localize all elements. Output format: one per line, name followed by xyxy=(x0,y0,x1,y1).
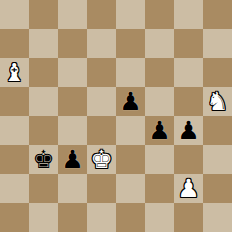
square-h1[interactable] xyxy=(203,203,232,232)
square-h4[interactable] xyxy=(203,116,232,145)
square-g7[interactable] xyxy=(174,29,203,58)
square-a8[interactable] xyxy=(0,0,29,29)
square-b7[interactable] xyxy=(29,29,58,58)
square-h3[interactable] xyxy=(203,145,232,174)
black-king[interactable]: ♚ xyxy=(32,145,54,174)
square-a4[interactable] xyxy=(0,116,29,145)
square-g8[interactable] xyxy=(174,0,203,29)
square-f3[interactable] xyxy=(145,145,174,174)
square-e7[interactable] xyxy=(116,29,145,58)
square-a2[interactable] xyxy=(0,174,29,203)
square-b4[interactable] xyxy=(29,116,58,145)
square-c3[interactable]: ♟ xyxy=(58,145,87,174)
square-c1[interactable] xyxy=(58,203,87,232)
square-d3[interactable]: ♚ xyxy=(87,145,116,174)
square-e5[interactable]: ♟ xyxy=(116,87,145,116)
square-h7[interactable] xyxy=(203,29,232,58)
square-e1[interactable] xyxy=(116,203,145,232)
square-f8[interactable] xyxy=(145,0,174,29)
black-pawn[interactable]: ♟ xyxy=(119,87,141,116)
square-g6[interactable] xyxy=(174,58,203,87)
square-e2[interactable] xyxy=(116,174,145,203)
square-g5[interactable] xyxy=(174,87,203,116)
square-c7[interactable] xyxy=(58,29,87,58)
white-knight[interactable]: ♞ xyxy=(206,87,228,116)
square-h8[interactable] xyxy=(203,0,232,29)
square-b8[interactable] xyxy=(29,0,58,29)
square-g2[interactable]: ♟ xyxy=(174,174,203,203)
black-pawn[interactable]: ♟ xyxy=(177,116,199,145)
square-c4[interactable] xyxy=(58,116,87,145)
black-pawn[interactable]: ♟ xyxy=(148,116,170,145)
square-c8[interactable] xyxy=(58,0,87,29)
square-c6[interactable] xyxy=(58,58,87,87)
square-d7[interactable] xyxy=(87,29,116,58)
square-c2[interactable] xyxy=(58,174,87,203)
square-d6[interactable] xyxy=(87,58,116,87)
square-d5[interactable] xyxy=(87,87,116,116)
square-f2[interactable] xyxy=(145,174,174,203)
square-g3[interactable] xyxy=(174,145,203,174)
square-a7[interactable] xyxy=(0,29,29,58)
square-f6[interactable] xyxy=(145,58,174,87)
square-b3[interactable]: ♚ xyxy=(29,145,58,174)
square-b2[interactable] xyxy=(29,174,58,203)
square-f1[interactable] xyxy=(145,203,174,232)
square-g4[interactable]: ♟ xyxy=(174,116,203,145)
square-d8[interactable] xyxy=(87,0,116,29)
square-h5[interactable]: ♞ xyxy=(203,87,232,116)
square-e8[interactable] xyxy=(116,0,145,29)
square-d4[interactable] xyxy=(87,116,116,145)
square-e4[interactable] xyxy=(116,116,145,145)
square-b6[interactable] xyxy=(29,58,58,87)
white-king[interactable]: ♚ xyxy=(90,145,112,174)
square-d1[interactable] xyxy=(87,203,116,232)
square-e3[interactable] xyxy=(116,145,145,174)
square-h2[interactable] xyxy=(203,174,232,203)
white-pawn[interactable]: ♟ xyxy=(177,174,199,203)
black-pawn[interactable]: ♟ xyxy=(61,145,83,174)
square-a3[interactable] xyxy=(0,145,29,174)
square-d2[interactable] xyxy=(87,174,116,203)
square-a1[interactable] xyxy=(0,203,29,232)
square-h6[interactable] xyxy=(203,58,232,87)
square-b5[interactable] xyxy=(29,87,58,116)
square-f4[interactable]: ♟ xyxy=(145,116,174,145)
square-f7[interactable] xyxy=(145,29,174,58)
square-f5[interactable] xyxy=(145,87,174,116)
square-c5[interactable] xyxy=(58,87,87,116)
white-bishop[interactable]: ♝ xyxy=(3,58,25,87)
square-a5[interactable] xyxy=(0,87,29,116)
square-a6[interactable]: ♝ xyxy=(0,58,29,87)
chess-board: ♝♟♞♟♟♚♟♚♟ xyxy=(0,0,232,232)
square-b1[interactable] xyxy=(29,203,58,232)
square-e6[interactable] xyxy=(116,58,145,87)
square-g1[interactable] xyxy=(174,203,203,232)
